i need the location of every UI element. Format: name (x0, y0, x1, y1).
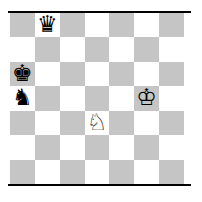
black-queen-icon: ♛ (37, 12, 58, 36)
square-b5[interactable] (35, 62, 60, 86)
square-g7[interactable] (159, 13, 184, 37)
square-c5[interactable] (60, 62, 85, 86)
square-b4[interactable] (35, 86, 60, 110)
square-b2[interactable] (35, 135, 60, 159)
square-g4[interactable] (159, 86, 184, 110)
white-knight-icon: ♘ (87, 110, 108, 134)
square-g5[interactable] (159, 62, 184, 86)
square-f2[interactable] (134, 135, 159, 159)
square-b3[interactable] (35, 111, 60, 135)
square-e5[interactable] (109, 62, 134, 86)
chess-board: ♛♚♞♔♘ (10, 13, 184, 184)
square-a5[interactable]: ♚ (10, 62, 35, 86)
square-a3[interactable] (10, 111, 35, 135)
square-d5[interactable] (85, 62, 110, 86)
square-a4[interactable]: ♞ (10, 86, 35, 110)
black-king-icon: ♚ (12, 61, 33, 85)
square-c7[interactable] (60, 13, 85, 37)
square-f5[interactable] (134, 62, 159, 86)
square-a6[interactable] (10, 37, 35, 61)
white-king-icon: ♔ (136, 85, 157, 109)
square-b1[interactable] (35, 160, 60, 184)
square-d4[interactable] (85, 86, 110, 110)
square-a2[interactable] (10, 135, 35, 159)
square-c2[interactable] (60, 135, 85, 159)
square-f1[interactable] (134, 160, 159, 184)
square-d3[interactable]: ♘ (85, 111, 110, 135)
square-d2[interactable] (85, 135, 110, 159)
square-f3[interactable] (134, 111, 159, 135)
square-e6[interactable] (109, 37, 134, 61)
square-f4[interactable]: ♔ (134, 86, 159, 110)
square-a7[interactable] (10, 13, 35, 37)
square-g1[interactable] (159, 160, 184, 184)
square-e7[interactable] (109, 13, 134, 37)
square-b6[interactable] (35, 37, 60, 61)
square-c3[interactable] (60, 111, 85, 135)
square-f6[interactable] (134, 37, 159, 61)
square-e4[interactable] (109, 86, 134, 110)
square-e3[interactable] (109, 111, 134, 135)
square-g3[interactable] (159, 111, 184, 135)
square-g2[interactable] (159, 135, 184, 159)
square-e2[interactable] (109, 135, 134, 159)
square-g6[interactable] (159, 37, 184, 61)
black-knight-icon: ♞ (12, 85, 33, 109)
square-d7[interactable] (85, 13, 110, 37)
diagram-background: ♛♚♞♔♘ (0, 0, 202, 202)
square-c1[interactable] (60, 160, 85, 184)
square-c4[interactable] (60, 86, 85, 110)
square-d1[interactable] (85, 160, 110, 184)
board-bottom-border (8, 184, 191, 186)
square-d6[interactable] (85, 37, 110, 61)
square-f7[interactable] (134, 13, 159, 37)
square-a1[interactable] (10, 160, 35, 184)
square-e1[interactable] (109, 160, 134, 184)
square-b7[interactable]: ♛ (35, 13, 60, 37)
square-c6[interactable] (60, 37, 85, 61)
